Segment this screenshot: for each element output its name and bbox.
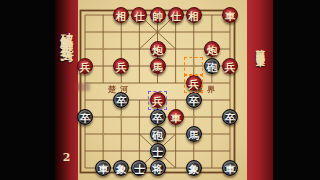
piece-red-仕[interactable]: 仕 [168,7,184,23]
piece-black-卒[interactable]: 卒 [186,92,202,108]
piece-black-士[interactable]: 士 [150,143,166,159]
piece-red-帥[interactable]: 帥 [150,7,166,23]
piece-red-仕[interactable]: 仕 [131,7,147,23]
piece-black-卒[interactable]: 卒 [222,109,238,125]
lesson-title: 破解中炮盘头马 [58,22,76,43]
piece-red-兵[interactable]: 兵 [222,58,238,74]
piece-black-象[interactable]: 象 [113,160,129,176]
lesson-number: 2 [55,151,78,164]
piece-black-車[interactable]: 車 [222,160,238,176]
piece-black-士[interactable]: 士 [131,160,147,176]
piece-black-車[interactable]: 車 [95,160,111,176]
piece-black-象[interactable]: 象 [186,160,202,176]
board[interactable]: 楚河 漢界 相仕帥仕相車炮炮兵兵馬砲兵兵卒兵卒卒卒車卒砲馬士車象士将象車 [78,0,247,180]
piece-red-兵[interactable]: 兵 [186,75,202,91]
piece-red-車[interactable]: 車 [168,109,184,125]
piece-red-炮[interactable]: 炮 [204,41,220,57]
piece-black-馬[interactable]: 馬 [186,126,202,142]
piece-red-兵[interactable]: 兵 [77,58,93,74]
right-caption-banner: 咱可以从中路做文章了 [247,0,273,180]
piece-black-砲[interactable]: 砲 [204,58,220,74]
piece-red-相[interactable]: 相 [113,7,129,23]
piece-black-卒[interactable]: 卒 [150,109,166,125]
piece-red-兵[interactable]: 兵 [150,92,166,108]
piece-black-砲[interactable]: 砲 [150,126,166,142]
piece-black-卒[interactable]: 卒 [77,109,93,125]
watermark [74,83,90,91]
video-frame: 破解中炮盘头马 2 楚河 漢界 相仕帥仕相車炮炮兵兵馬砲兵兵卒兵卒卒卒車卒砲馬士… [0,0,320,180]
piece-black-卒[interactable]: 卒 [113,92,129,108]
piece-red-馬[interactable]: 馬 [150,58,166,74]
commentary-text: 咱可以从中路做文章了 [254,42,267,52]
piece-black-将[interactable]: 将 [150,160,166,176]
piece-red-炮[interactable]: 炮 [150,41,166,57]
piece-red-相[interactable]: 相 [186,7,202,23]
piece-red-車[interactable]: 車 [222,7,238,23]
piece-red-兵[interactable]: 兵 [113,58,129,74]
